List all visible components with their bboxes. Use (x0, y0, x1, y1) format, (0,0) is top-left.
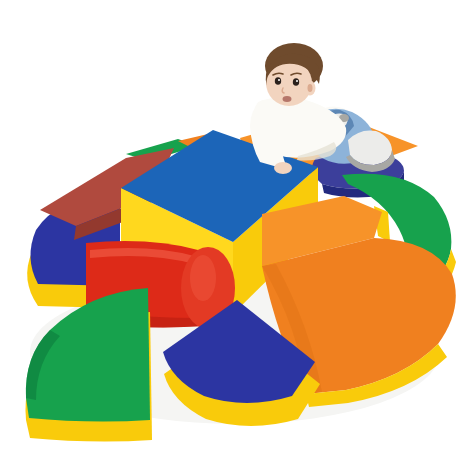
product-photo (0, 0, 460, 460)
hand (274, 162, 292, 174)
ear-inner (308, 84, 313, 92)
eye-left-glint (278, 79, 280, 81)
eye-right-glint (296, 80, 298, 82)
cylinder-cap-highlight (190, 255, 216, 301)
soft-play-scene (0, 0, 460, 460)
eye-right (293, 78, 299, 86)
toddler (250, 43, 395, 174)
mouth (283, 96, 292, 102)
eye-left (275, 77, 281, 85)
